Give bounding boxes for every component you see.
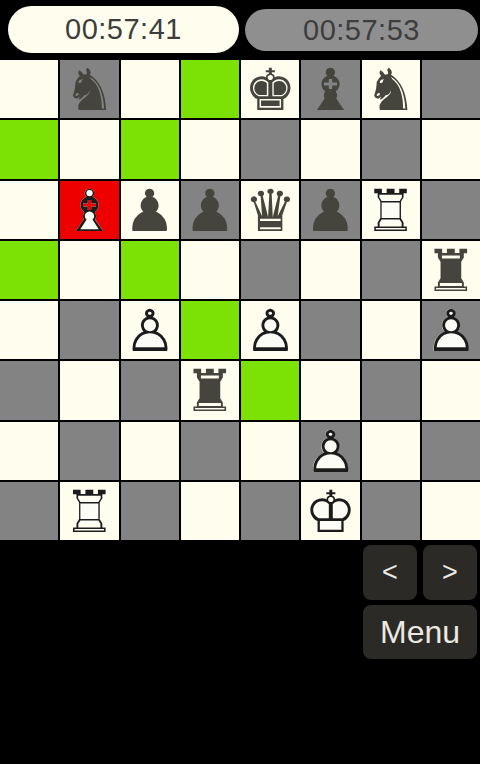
square-g2[interactable] bbox=[362, 422, 420, 480]
square-b1[interactable]: ♜♖ bbox=[60, 482, 118, 540]
square-d1[interactable] bbox=[181, 482, 239, 540]
square-d2[interactable] bbox=[181, 422, 239, 480]
piece-white-rook: ♜♖ bbox=[60, 482, 118, 540]
piece-white-rook: ♜♖ bbox=[362, 181, 420, 239]
square-d7[interactable] bbox=[181, 120, 239, 178]
square-e5[interactable] bbox=[241, 241, 299, 299]
previous-move-button[interactable]: < bbox=[363, 545, 417, 600]
square-h8[interactable] bbox=[422, 60, 480, 118]
square-c7[interactable] bbox=[121, 120, 179, 178]
piece-black-knight: ♞ bbox=[362, 60, 420, 118]
square-e3[interactable] bbox=[241, 361, 299, 419]
square-h6[interactable] bbox=[422, 181, 480, 239]
square-a8[interactable] bbox=[0, 60, 58, 118]
piece-black-rook: ♜ bbox=[181, 361, 239, 419]
square-c8[interactable] bbox=[121, 60, 179, 118]
square-b3[interactable] bbox=[60, 361, 118, 419]
piece-black-queen: ♛ bbox=[241, 181, 299, 239]
square-f7[interactable] bbox=[301, 120, 359, 178]
chess-board: ♞♚♝♞♝♗♟♟♛♟♜♖♜♟♙♟♙♟♙♜♟♙♜♖♚♔ bbox=[0, 60, 480, 540]
piece-black-bishop: ♝ bbox=[301, 60, 359, 118]
square-b5[interactable] bbox=[60, 241, 118, 299]
piece-black-rook: ♜ bbox=[422, 241, 480, 299]
square-b4[interactable] bbox=[60, 301, 118, 359]
controls-bar: < > Menu bbox=[0, 540, 480, 764]
square-h3[interactable] bbox=[422, 361, 480, 419]
square-g8[interactable]: ♞ bbox=[362, 60, 420, 118]
square-d4[interactable] bbox=[181, 301, 239, 359]
square-g6[interactable]: ♜♖ bbox=[362, 181, 420, 239]
square-c2[interactable] bbox=[121, 422, 179, 480]
piece-white-pawn: ♟♙ bbox=[121, 301, 179, 359]
square-f3[interactable] bbox=[301, 361, 359, 419]
piece-black-pawn: ♟ bbox=[121, 181, 179, 239]
square-d3[interactable]: ♜ bbox=[181, 361, 239, 419]
piece-white-pawn: ♟♙ bbox=[422, 301, 480, 359]
piece-black-king: ♚ bbox=[241, 60, 299, 118]
white-clock: 00:57:41 bbox=[8, 6, 239, 53]
square-g7[interactable] bbox=[362, 120, 420, 178]
next-move-button[interactable]: > bbox=[423, 545, 477, 600]
square-c3[interactable] bbox=[121, 361, 179, 419]
square-g5[interactable] bbox=[362, 241, 420, 299]
menu-button[interactable]: Menu bbox=[363, 605, 477, 659]
square-h7[interactable] bbox=[422, 120, 480, 178]
square-e1[interactable] bbox=[241, 482, 299, 540]
square-a5[interactable] bbox=[0, 241, 58, 299]
piece-white-king: ♚♔ bbox=[301, 482, 359, 540]
square-d5[interactable] bbox=[181, 241, 239, 299]
square-a7[interactable] bbox=[0, 120, 58, 178]
square-f6[interactable]: ♟ bbox=[301, 181, 359, 239]
square-g1[interactable] bbox=[362, 482, 420, 540]
square-a1[interactable] bbox=[0, 482, 58, 540]
piece-black-knight: ♞ bbox=[60, 60, 118, 118]
square-b2[interactable] bbox=[60, 422, 118, 480]
square-b7[interactable] bbox=[60, 120, 118, 178]
piece-white-pawn: ♟♙ bbox=[301, 422, 359, 480]
piece-black-pawn: ♟ bbox=[301, 181, 359, 239]
square-d8[interactable] bbox=[181, 60, 239, 118]
square-a6[interactable] bbox=[0, 181, 58, 239]
chess-app: 00:57:41 00:57:53 ♞♚♝♞♝♗♟♟♛♟♜♖♜♟♙♟♙♟♙♜♟♙… bbox=[0, 0, 480, 764]
piece-white-bishop: ♝♗ bbox=[60, 181, 118, 239]
square-b6[interactable]: ♝♗ bbox=[60, 181, 118, 239]
square-f2[interactable]: ♟♙ bbox=[301, 422, 359, 480]
square-a4[interactable] bbox=[0, 301, 58, 359]
square-c6[interactable]: ♟ bbox=[121, 181, 179, 239]
square-d6[interactable]: ♟ bbox=[181, 181, 239, 239]
square-e6[interactable]: ♛ bbox=[241, 181, 299, 239]
square-h1[interactable] bbox=[422, 482, 480, 540]
square-e7[interactable] bbox=[241, 120, 299, 178]
square-e8[interactable]: ♚ bbox=[241, 60, 299, 118]
square-c4[interactable]: ♟♙ bbox=[121, 301, 179, 359]
square-f8[interactable]: ♝ bbox=[301, 60, 359, 118]
square-e4[interactable]: ♟♙ bbox=[241, 301, 299, 359]
square-b8[interactable]: ♞ bbox=[60, 60, 118, 118]
square-c1[interactable] bbox=[121, 482, 179, 540]
piece-black-pawn: ♟ bbox=[181, 181, 239, 239]
square-f5[interactable] bbox=[301, 241, 359, 299]
square-g3[interactable] bbox=[362, 361, 420, 419]
square-g4[interactable] bbox=[362, 301, 420, 359]
square-c5[interactable] bbox=[121, 241, 179, 299]
square-f1[interactable]: ♚♔ bbox=[301, 482, 359, 540]
square-a2[interactable] bbox=[0, 422, 58, 480]
piece-white-pawn: ♟♙ bbox=[241, 301, 299, 359]
square-h4[interactable]: ♟♙ bbox=[422, 301, 480, 359]
square-f4[interactable] bbox=[301, 301, 359, 359]
black-clock: 00:57:53 bbox=[245, 9, 478, 51]
square-h2[interactable] bbox=[422, 422, 480, 480]
square-e2[interactable] bbox=[241, 422, 299, 480]
clock-row: 00:57:41 00:57:53 bbox=[0, 0, 480, 60]
square-h5[interactable]: ♜ bbox=[422, 241, 480, 299]
square-a3[interactable] bbox=[0, 361, 58, 419]
